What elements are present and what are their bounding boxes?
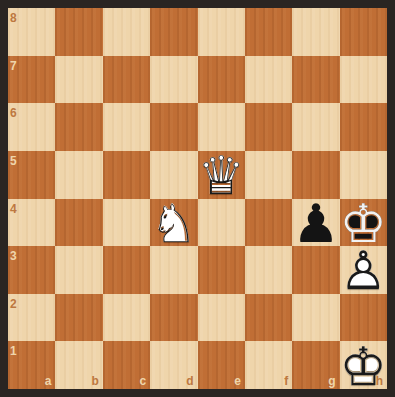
piece-white-knight[interactable]: ♞♘ bbox=[150, 199, 197, 247]
white-king-outline-icon: ♔ bbox=[340, 342, 387, 390]
piece-black-pawn[interactable]: ♟ bbox=[292, 199, 339, 247]
white-queen-outline-icon: ♕ bbox=[198, 152, 245, 200]
white-pawn-outline-icon: ♙ bbox=[340, 247, 387, 295]
board-frame: 87654321abcdefgh ♛♕♞♘♟♚♔♟♙♚♔ bbox=[0, 0, 395, 397]
white-knight-outline-icon: ♘ bbox=[150, 200, 197, 248]
pieces-layer: ♛♕♞♘♟♚♔♟♙♚♔ bbox=[8, 8, 387, 389]
piece-white-pawn[interactable]: ♟♙ bbox=[340, 246, 387, 294]
piece-white-king[interactable]: ♚♔ bbox=[340, 341, 387, 389]
black-pawn-icon: ♟ bbox=[292, 200, 339, 248]
piece-white-queen[interactable]: ♛♕ bbox=[198, 151, 245, 199]
piece-black-king[interactable]: ♚♔ bbox=[340, 199, 387, 247]
